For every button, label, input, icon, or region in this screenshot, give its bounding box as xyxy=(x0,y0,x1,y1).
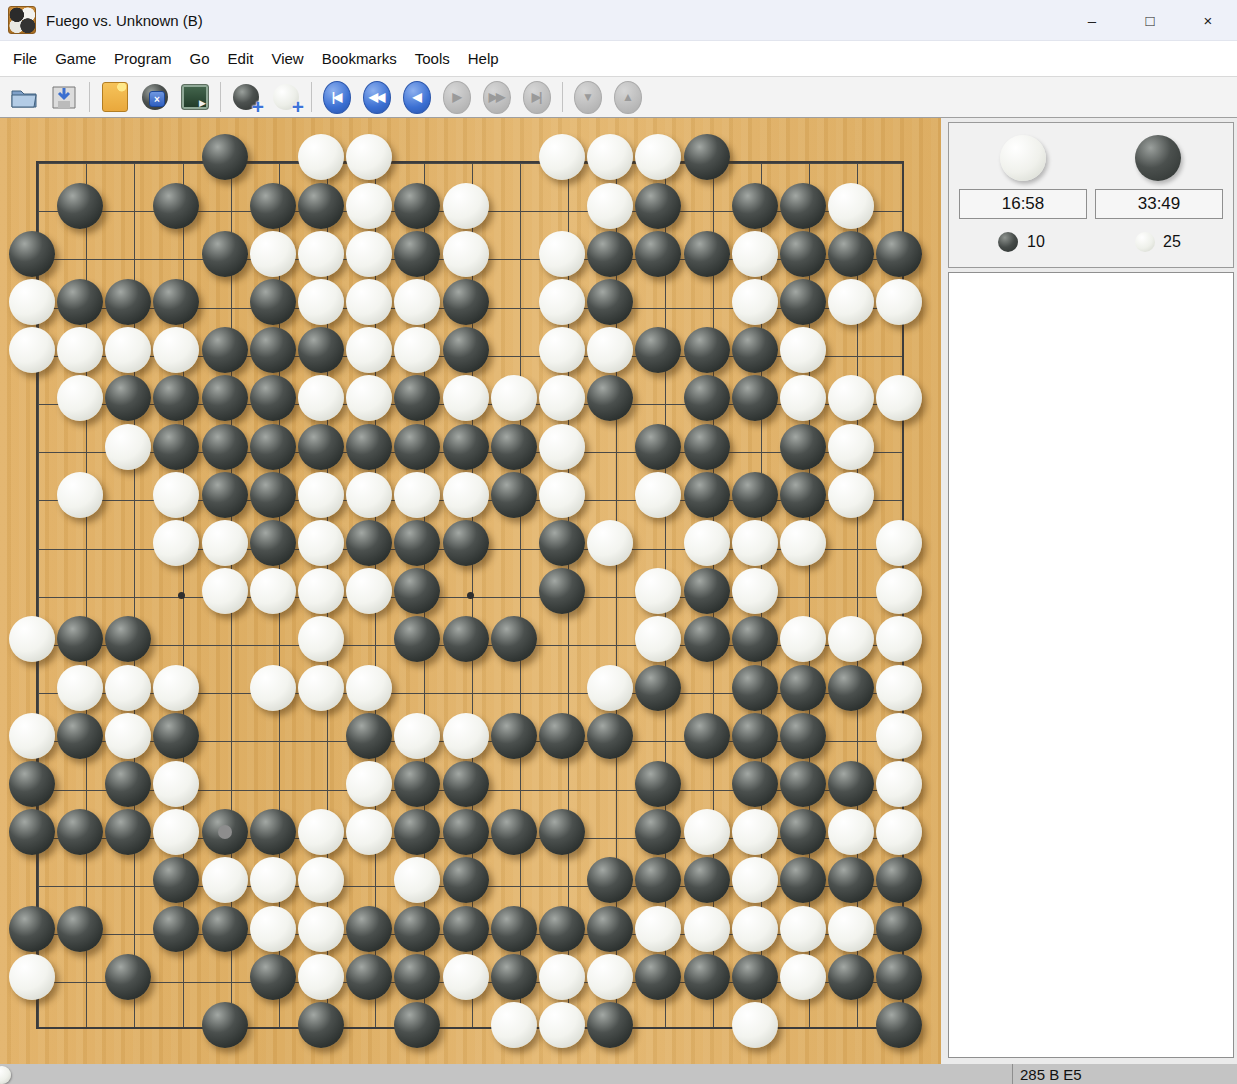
white-stone-P3 xyxy=(684,906,730,952)
forward-icon: ▶ xyxy=(443,81,471,114)
black-stone-M11 xyxy=(539,520,585,566)
black-stone-E17 xyxy=(202,231,248,277)
black-stone-B16 xyxy=(57,279,103,325)
toolbar-separator xyxy=(220,82,221,112)
black-stone-K6 xyxy=(443,761,489,807)
black-stone-K15 xyxy=(443,327,489,373)
black-stone-R12 xyxy=(780,472,826,518)
menu-go[interactable]: Go xyxy=(181,41,219,76)
white-stone-Q10 xyxy=(732,568,778,614)
black-stone-L7 xyxy=(491,713,537,759)
white-stone-G16 xyxy=(298,279,344,325)
save-file-button[interactable] xyxy=(44,79,84,115)
black-stone-E14 xyxy=(202,375,248,421)
black-stone-R18 xyxy=(780,183,826,229)
white-stone-S5 xyxy=(828,809,874,855)
white-stone-F17 xyxy=(250,231,296,277)
white-stone-G8 xyxy=(298,665,344,711)
white-stone-T11 xyxy=(876,520,922,566)
black-stone-N7 xyxy=(587,713,633,759)
gogui-window: { "window": { "title": "Fuego vs. Unknow… xyxy=(0,0,1237,1084)
black-stone-B7 xyxy=(57,713,103,759)
black-stone-A17 xyxy=(9,231,55,277)
maximize-button[interactable]: □ xyxy=(1121,0,1179,40)
black-stone-B5 xyxy=(57,809,103,855)
black-stone-Q18 xyxy=(732,183,778,229)
white-stone-H16 xyxy=(346,279,392,325)
white-stone-S16 xyxy=(828,279,874,325)
black-stone-O6 xyxy=(635,761,681,807)
black-stone-C16 xyxy=(105,279,151,325)
black-stone-E3 xyxy=(202,906,248,952)
white-stone-D6 xyxy=(153,761,199,807)
white-stone-M2 xyxy=(539,954,585,1000)
white-stone-plus-icon: + xyxy=(273,84,299,110)
black-stone-K3 xyxy=(443,906,489,952)
white-stone-C8 xyxy=(105,665,151,711)
white-stone-H15 xyxy=(346,327,392,373)
black-stone-E13 xyxy=(202,424,248,470)
black-stone-T4 xyxy=(876,857,922,903)
white-stone-R3 xyxy=(780,906,826,952)
white-stone-M17 xyxy=(539,231,585,277)
white-stone-E11 xyxy=(202,520,248,566)
white-stone-P5 xyxy=(684,809,730,855)
menu-program[interactable]: Program xyxy=(105,41,181,76)
next-variation-button[interactable]: ▼ xyxy=(568,79,608,115)
white-stone-J16 xyxy=(394,279,440,325)
white-stone-B8 xyxy=(57,665,103,711)
white-stone-Q16 xyxy=(732,279,778,325)
white-stone-D11 xyxy=(153,520,199,566)
black-stone-P7 xyxy=(684,713,730,759)
new-board-icon xyxy=(102,82,128,112)
black-stone-D18 xyxy=(153,183,199,229)
black-stone-T17 xyxy=(876,231,922,277)
menu-bar: FileGameProgramGoEditViewBookmarksToolsH… xyxy=(0,41,1237,77)
end-icon: ▶| xyxy=(523,81,551,114)
window-title: Fuego vs. Unknown (B) xyxy=(46,12,203,29)
white-stone-G3 xyxy=(298,906,344,952)
black-stone-G13 xyxy=(298,424,344,470)
white-stone-K12 xyxy=(443,472,489,518)
white-stone-N15 xyxy=(587,327,633,373)
close-button[interactable]: × xyxy=(1179,0,1237,40)
black-stone-P9 xyxy=(684,616,730,662)
white-stone-M19 xyxy=(539,134,585,180)
white-stone-N11 xyxy=(587,520,633,566)
black-stone-B9 xyxy=(57,616,103,662)
black-stone-C6 xyxy=(105,761,151,807)
black-stone-M5 xyxy=(539,809,585,855)
white-stone-H12 xyxy=(346,472,392,518)
white-stone-C15 xyxy=(105,327,151,373)
black-stone-K16 xyxy=(443,279,489,325)
captured-black-stone-icon xyxy=(998,232,1018,252)
back-icon: ◀ xyxy=(403,81,431,114)
black-stone-K11 xyxy=(443,520,489,566)
black-stone-K4 xyxy=(443,857,489,903)
black-stone-N1 xyxy=(587,1002,633,1048)
white-stone-N2 xyxy=(587,954,633,1000)
menu-bookmarks[interactable]: Bookmarks xyxy=(313,41,406,76)
white-stone-R15 xyxy=(780,327,826,373)
black-stone-R4 xyxy=(780,857,826,903)
last-move-marker xyxy=(218,825,232,839)
black-stone-S6 xyxy=(828,761,874,807)
black-stone-Q6 xyxy=(732,761,778,807)
white-stone-A15 xyxy=(9,327,55,373)
menu-edit[interactable]: Edit xyxy=(219,41,263,76)
white-stone-T6 xyxy=(876,761,922,807)
white-stone-G17 xyxy=(298,231,344,277)
black-stone-F14 xyxy=(250,375,296,421)
white-stone-H10 xyxy=(346,568,392,614)
white-stone-Q17 xyxy=(732,231,778,277)
star-point xyxy=(467,592,474,599)
white-stone-K18 xyxy=(443,183,489,229)
white-stone-G19 xyxy=(298,134,344,180)
black-stone-R6 xyxy=(780,761,826,807)
white-stone-H8 xyxy=(346,665,392,711)
back-ten-icon: ◀◀ xyxy=(363,81,391,114)
white-stone-N18 xyxy=(587,183,633,229)
black-stone-H2 xyxy=(346,954,392,1000)
black-stone-K13 xyxy=(443,424,489,470)
white-stone-K2 xyxy=(443,954,489,1000)
white-stone-T9 xyxy=(876,616,922,662)
white-clock: 16:58 xyxy=(959,189,1087,219)
white-stone-A2 xyxy=(9,954,55,1000)
menu-game[interactable]: Game xyxy=(46,41,105,76)
black-stone-N3 xyxy=(587,906,633,952)
white-stone-G12 xyxy=(298,472,344,518)
menu-view[interactable]: View xyxy=(262,41,312,76)
black-stone-Q14 xyxy=(732,375,778,421)
black-stone-G1 xyxy=(298,1002,344,1048)
black-stone-J18 xyxy=(394,183,440,229)
white-stone-R11 xyxy=(780,520,826,566)
black-stone-L13 xyxy=(491,424,537,470)
forward-one-move-button[interactable]: ▶ xyxy=(437,79,477,115)
white-stone-G4 xyxy=(298,857,344,903)
white-stone-O3 xyxy=(635,906,681,952)
black-stone-S2 xyxy=(828,954,874,1000)
black-stone-P17 xyxy=(684,231,730,277)
white-stone-Q4 xyxy=(732,857,778,903)
forward-ten-moves-button[interactable]: ▶▶ xyxy=(477,79,517,115)
white-stone-P11 xyxy=(684,520,730,566)
black-stone-J1 xyxy=(394,1002,440,1048)
open-file-button[interactable] xyxy=(4,79,44,115)
status-move-info: 285 B E5 xyxy=(1020,1066,1082,1083)
black-stone-F18 xyxy=(250,183,296,229)
white-stone-L14 xyxy=(491,375,537,421)
black-stone-B18 xyxy=(57,183,103,229)
white-stone-F8 xyxy=(250,665,296,711)
white-stone-H17 xyxy=(346,231,392,277)
white-stone-A9 xyxy=(9,616,55,662)
white-stone-F4 xyxy=(250,857,296,903)
gtp-shell-button[interactable]: ▶ xyxy=(175,79,215,115)
white-stone-B12 xyxy=(57,472,103,518)
black-stone-A5 xyxy=(9,809,55,855)
white-stone-R14 xyxy=(780,375,826,421)
black-stone-Q15 xyxy=(732,327,778,373)
white-stone-S18 xyxy=(828,183,874,229)
shell-window-icon: ▶ xyxy=(181,84,209,110)
up-arrow-icon: ▲ xyxy=(614,81,642,114)
goban[interactable] xyxy=(0,118,941,1064)
black-stone-Q8 xyxy=(732,665,778,711)
computer-play-white-button[interactable]: + xyxy=(266,79,306,115)
black-stone-T3 xyxy=(876,906,922,952)
white-stone-Q1 xyxy=(732,1002,778,1048)
black-stone-F2 xyxy=(250,954,296,1000)
black-stone-K5 xyxy=(443,809,489,855)
menu-file[interactable]: File xyxy=(4,41,46,76)
black-stone-P13 xyxy=(684,424,730,470)
black-stone-P14 xyxy=(684,375,730,421)
black-stone-J11 xyxy=(394,520,440,566)
black-stone-O18 xyxy=(635,183,681,229)
black-stone-H13 xyxy=(346,424,392,470)
black-stone-E19 xyxy=(202,134,248,180)
white-stone-T8 xyxy=(876,665,922,711)
white-stone-T10 xyxy=(876,568,922,614)
folder-open-icon xyxy=(10,84,38,110)
black-stone-P19 xyxy=(684,134,730,180)
white-stone-T5 xyxy=(876,809,922,855)
black-stone-S17 xyxy=(828,231,874,277)
white-stone-T7 xyxy=(876,713,922,759)
white-stone-H5 xyxy=(346,809,392,855)
stone-x-icon: × xyxy=(142,84,168,110)
white-stone-F3 xyxy=(250,906,296,952)
white-stone-M15 xyxy=(539,327,585,373)
white-stone-G14 xyxy=(298,375,344,421)
black-stone-J6 xyxy=(394,761,440,807)
black-stone-O2 xyxy=(635,954,681,1000)
black-stone-E1 xyxy=(202,1002,248,1048)
black-stone-P10 xyxy=(684,568,730,614)
black-stone-G18 xyxy=(298,183,344,229)
go-to-end-button[interactable]: ▶| xyxy=(517,79,557,115)
white-stone-O12 xyxy=(635,472,681,518)
black-stone-P15 xyxy=(684,327,730,373)
black-stone-C2 xyxy=(105,954,151,1000)
white-stone-J12 xyxy=(394,472,440,518)
black-stone-N17 xyxy=(587,231,633,277)
save-icon xyxy=(50,84,78,110)
black-stone-D7 xyxy=(153,713,199,759)
white-stone-Q3 xyxy=(732,906,778,952)
status-separator xyxy=(1012,1064,1013,1084)
black-stone-N16 xyxy=(587,279,633,325)
black-stone-B3 xyxy=(57,906,103,952)
white-stone-K14 xyxy=(443,375,489,421)
toolbar-separator xyxy=(311,82,312,112)
white-stone-D12 xyxy=(153,472,199,518)
black-stone-F15 xyxy=(250,327,296,373)
black-stone-O17 xyxy=(635,231,681,277)
black-stone-Q7 xyxy=(732,713,778,759)
computer-play-black-button[interactable]: + xyxy=(226,79,266,115)
white-stone-M16 xyxy=(539,279,585,325)
white-stone-G9 xyxy=(298,616,344,662)
white-stone-Q11 xyxy=(732,520,778,566)
white-stone-M12 xyxy=(539,472,585,518)
black-stone-D3 xyxy=(153,906,199,952)
black-stone-Q2 xyxy=(732,954,778,1000)
white-stone-H18 xyxy=(346,183,392,229)
white-player-stone-icon xyxy=(1000,135,1046,181)
black-stone-L3 xyxy=(491,906,537,952)
white-stone-E10 xyxy=(202,568,248,614)
minimize-button[interactable]: – xyxy=(1063,0,1121,40)
title-bar: Fuego vs. Unknown (B) – □ × xyxy=(0,0,1237,41)
white-stone-S12 xyxy=(828,472,874,518)
window-controls: – □ × xyxy=(1063,0,1237,40)
menu-help[interactable]: Help xyxy=(459,41,508,76)
white-stone-C7 xyxy=(105,713,151,759)
menu-tools[interactable]: Tools xyxy=(406,41,459,76)
interrupt-computer-button[interactable]: × xyxy=(135,79,175,115)
black-stone-F13 xyxy=(250,424,296,470)
black-stone-M7 xyxy=(539,713,585,759)
back-one-move-button[interactable]: ◀ xyxy=(397,79,437,115)
go-to-beginning-button[interactable]: |◀ xyxy=(317,79,357,115)
back-ten-moves-button[interactable]: ◀◀ xyxy=(357,79,397,115)
black-stone-R5 xyxy=(780,809,826,855)
black-stone-J17 xyxy=(394,231,440,277)
white-stone-K7 xyxy=(443,713,489,759)
black-stone-L5 xyxy=(491,809,537,855)
white-stone-C13 xyxy=(105,424,151,470)
black-stone-D16 xyxy=(153,279,199,325)
white-stone-M1 xyxy=(539,1002,585,1048)
black-stone-O8 xyxy=(635,665,681,711)
black-stone-Q12 xyxy=(732,472,778,518)
forward-ten-icon: ▶▶ xyxy=(483,81,511,114)
white-stone-G10 xyxy=(298,568,344,614)
white-captures-count: 10 xyxy=(1027,233,1045,251)
black-stone-H3 xyxy=(346,906,392,952)
white-stone-M14 xyxy=(539,375,585,421)
white-stone-T16 xyxy=(876,279,922,325)
white-stone-M13 xyxy=(539,424,585,470)
white-stone-L1 xyxy=(491,1002,537,1048)
toolbar: ×▶++|◀◀◀◀▶▶▶▶|▼▲ xyxy=(0,77,1237,118)
white-stone-J7 xyxy=(394,713,440,759)
white-stone-B15 xyxy=(57,327,103,373)
white-stone-A7 xyxy=(9,713,55,759)
white-stone-G2 xyxy=(298,954,344,1000)
clock-panel: 16:58 33:49 10 25 xyxy=(948,122,1234,268)
white-stone-N8 xyxy=(587,665,633,711)
black-stone-Q9 xyxy=(732,616,778,662)
black-stone-J3 xyxy=(394,906,440,952)
white-stone-F10 xyxy=(250,568,296,614)
black-stone-K9 xyxy=(443,616,489,662)
captured-white-stone-icon xyxy=(1135,232,1155,252)
black-stone-E5 xyxy=(202,809,248,855)
black-stone-R7 xyxy=(780,713,826,759)
black-stone-S8 xyxy=(828,665,874,711)
black-stone-R13 xyxy=(780,424,826,470)
move-list[interactable] xyxy=(948,272,1234,1058)
black-player-stone-icon xyxy=(1135,135,1181,181)
black-stone-G15 xyxy=(298,327,344,373)
black-stone-F11 xyxy=(250,520,296,566)
white-stone-S13 xyxy=(828,424,874,470)
white-stone-H6 xyxy=(346,761,392,807)
previous-variation-button[interactable]: ▲ xyxy=(608,79,648,115)
white-stone-Q5 xyxy=(732,809,778,855)
black-stone-R17 xyxy=(780,231,826,277)
black-stone-L2 xyxy=(491,954,537,1000)
white-stone-E4 xyxy=(202,857,248,903)
black-stone-R16 xyxy=(780,279,826,325)
black-captures-count: 25 xyxy=(1163,233,1181,251)
black-stone-R8 xyxy=(780,665,826,711)
black-stone-F16 xyxy=(250,279,296,325)
white-stone-G11 xyxy=(298,520,344,566)
black-stone-E12 xyxy=(202,472,248,518)
black-stone-L9 xyxy=(491,616,537,662)
beginning-icon: |◀ xyxy=(323,81,351,114)
white-stone-G5 xyxy=(298,809,344,855)
white-stone-R2 xyxy=(780,954,826,1000)
black-stone-J2 xyxy=(394,954,440,1000)
black-stone-P12 xyxy=(684,472,730,518)
app-icon xyxy=(8,6,36,34)
white-stone-K17 xyxy=(443,231,489,277)
black-stone-M10 xyxy=(539,568,585,614)
white-stone-A16 xyxy=(9,279,55,325)
black-stone-E15 xyxy=(202,327,248,373)
black-stone-plus-icon: + xyxy=(233,84,259,110)
black-stone-F5 xyxy=(250,809,296,855)
black-stone-F12 xyxy=(250,472,296,518)
black-clock: 33:49 xyxy=(1095,189,1223,219)
white-stone-R9 xyxy=(780,616,826,662)
black-stone-P4 xyxy=(684,857,730,903)
white-stone-B14 xyxy=(57,375,103,421)
new-game-button[interactable] xyxy=(95,79,135,115)
black-stone-L12 xyxy=(491,472,537,518)
toolbar-separator xyxy=(562,82,563,112)
white-stone-T14 xyxy=(876,375,922,421)
black-stone-H11 xyxy=(346,520,392,566)
black-stone-T1 xyxy=(876,1002,922,1048)
black-stone-J13 xyxy=(394,424,440,470)
black-stone-P2 xyxy=(684,954,730,1000)
toolbar-separator xyxy=(89,82,90,112)
white-stone-D8 xyxy=(153,665,199,711)
down-arrow-icon: ▼ xyxy=(574,81,602,114)
black-stone-T2 xyxy=(876,954,922,1000)
black-stone-M3 xyxy=(539,906,585,952)
black-stone-A6 xyxy=(9,761,55,807)
black-stone-O13 xyxy=(635,424,681,470)
white-stone-S3 xyxy=(828,906,874,952)
star-point xyxy=(178,592,185,599)
black-stone-A3 xyxy=(9,906,55,952)
black-stone-H7 xyxy=(346,713,392,759)
black-stone-C5 xyxy=(105,809,151,855)
black-stone-D13 xyxy=(153,424,199,470)
